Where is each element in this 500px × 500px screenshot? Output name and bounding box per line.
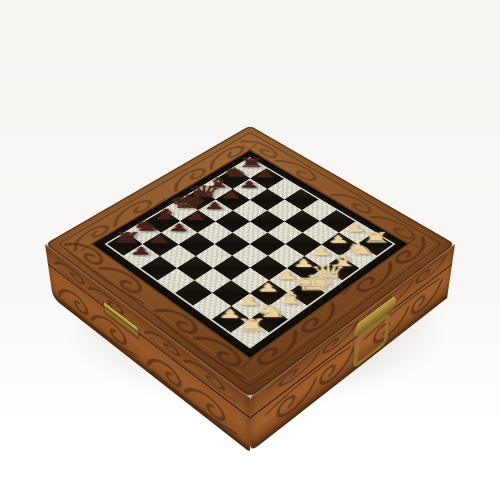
black-pawn[interactable]: ♟ [220, 190, 244, 200]
black-rook[interactable]: ♜ [111, 230, 138, 244]
square-e1[interactable]: ♚ [287, 280, 324, 306]
white-knight[interactable]: ♞ [254, 303, 281, 320]
white-rook[interactable]: ♜ [235, 316, 262, 333]
black-pawn[interactable]: ♟ [147, 234, 173, 245]
square-h5[interactable] [158, 268, 195, 293]
white-bishop[interactable]: ♝ [273, 289, 300, 306]
square-f5[interactable] [196, 244, 232, 268]
scene: ♜♟♟♜♞♟♟♞♝♟♟♝♛♟♟♛♚♟♟♚♝♟♟♝♞♟♟♞♜♟♟♜ [0, 0, 500, 500]
square-g2[interactable]: ♟ [231, 293, 269, 319]
square-f2[interactable]: ♟ [250, 280, 287, 306]
chessboard: ♜♟♟♜♞♟♟♞♝♟♟♝♛♟♟♛♚♟♟♚♝♟♟♝♞♟♟♞♜♟♟♜ [107, 159, 393, 347]
black-pawn[interactable]: ♟ [166, 223, 192, 233]
square-g4[interactable] [195, 268, 232, 293]
square-g3[interactable] [213, 280, 250, 306]
white-pawn[interactable]: ♟ [216, 308, 243, 320]
square-h6[interactable] [140, 256, 177, 280]
square-g5[interactable] [177, 256, 214, 280]
black-pawn[interactable]: ♟ [184, 212, 209, 222]
square-f1[interactable]: ♝ [269, 293, 307, 319]
square-g1[interactable]: ♞ [250, 306, 288, 333]
square-g6[interactable] [160, 244, 196, 268]
black-pawn[interactable]: ♟ [128, 246, 155, 257]
photo-stage: ♜♟♟♜♞♟♟♞♝♟♟♝♛♟♟♛♚♟♟♚♝♟♟♝♞♟♟♞♜♟♟♜ [0, 0, 500, 500]
white-pawn[interactable]: ♟ [235, 295, 262, 307]
square-e3[interactable] [250, 256, 287, 280]
square-h7[interactable]: ♟ [124, 244, 160, 268]
box-lid-top: ♜♟♟♜♞♟♟♞♝♟♟♝♛♟♟♛♚♟♟♚♝♟♟♝♞♟♟♞♜♟♟♜ [45, 126, 455, 398]
square-h3[interactable] [193, 293, 231, 319]
square-f4[interactable] [213, 256, 250, 280]
square-h4[interactable] [175, 280, 212, 306]
square-h1[interactable]: ♜ [231, 319, 270, 346]
black-pawn[interactable]: ♟ [237, 180, 261, 190]
square-e4[interactable] [232, 244, 268, 268]
black-pawn[interactable]: ♟ [254, 170, 278, 179]
white-pawn[interactable]: ♟ [254, 282, 281, 294]
white-king[interactable]: ♚ [291, 272, 318, 293]
square-f3[interactable] [232, 268, 269, 293]
square-h2[interactable]: ♟ [212, 306, 250, 333]
